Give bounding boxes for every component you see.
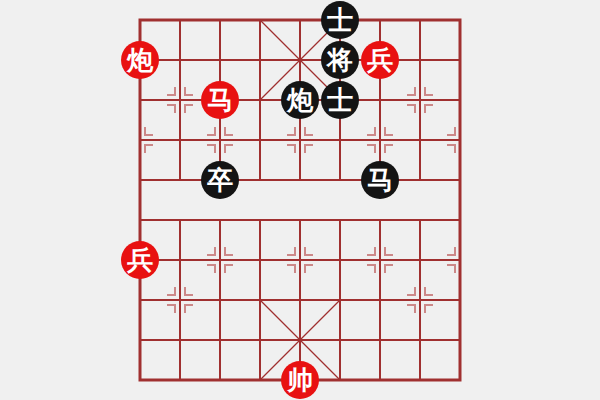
piece-red-soldier[interactable]: 兵 <box>121 241 159 279</box>
piece-black-cannon[interactable]: 炮 <box>281 81 319 119</box>
piece-red-soldier[interactable]: 兵 <box>361 41 399 79</box>
piece-black-general[interactable]: 将 <box>321 41 359 79</box>
xiangqi-screenshot: 炮马兵兵帅士将士炮卒马 <box>0 0 600 400</box>
piece-red-general[interactable]: 帅 <box>281 361 319 399</box>
piece-black-advisor[interactable]: 士 <box>321 1 359 39</box>
xiangqi-board[interactable]: 炮马兵兵帅士将士炮卒马 <box>120 0 480 400</box>
piece-red-horse[interactable]: 马 <box>201 81 239 119</box>
piece-black-advisor[interactable]: 士 <box>321 81 359 119</box>
piece-black-horse[interactable]: 马 <box>361 161 399 199</box>
piece-red-cannon[interactable]: 炮 <box>121 41 159 79</box>
piece-black-soldier[interactable]: 卒 <box>201 161 239 199</box>
